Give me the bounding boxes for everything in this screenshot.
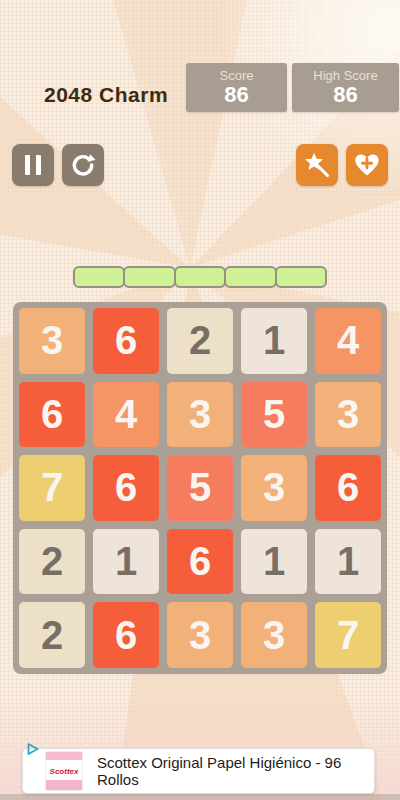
tile-2: 2 xyxy=(19,602,85,668)
score-label: Score xyxy=(220,68,254,83)
score-value: 86 xyxy=(224,83,248,107)
tile-4: 4 xyxy=(93,382,159,448)
moves-progress-bar xyxy=(73,266,327,288)
ad-banner[interactable]: Scottex Scottex Original Papel Higiénico… xyxy=(22,748,375,794)
tile-3: 3 xyxy=(241,455,307,521)
ad-brand: Scottex xyxy=(50,767,79,776)
high-score-label: High Score xyxy=(313,68,377,83)
tile-6: 6 xyxy=(93,455,159,521)
progress-segment xyxy=(73,266,125,288)
tile-1: 1 xyxy=(241,529,307,595)
tile-2: 2 xyxy=(167,308,233,374)
progress-segment xyxy=(224,266,276,288)
restart-button[interactable] xyxy=(62,144,104,186)
tile-6: 6 xyxy=(19,382,85,448)
tile-1: 1 xyxy=(315,529,381,595)
tile-3: 3 xyxy=(167,382,233,448)
progress-segment xyxy=(174,266,226,288)
tile-7: 7 xyxy=(19,455,85,521)
heart-plus-icon xyxy=(353,151,381,179)
tile-5: 5 xyxy=(241,382,307,448)
pause-icon xyxy=(25,155,41,175)
magic-wand-icon xyxy=(303,151,331,179)
tile-3: 3 xyxy=(241,602,307,668)
tile-4: 4 xyxy=(315,308,381,374)
tile-5: 5 xyxy=(167,455,233,521)
tile-6: 6 xyxy=(93,308,159,374)
tile-3: 3 xyxy=(167,602,233,668)
tile-1: 1 xyxy=(93,529,159,595)
tile-6: 6 xyxy=(315,455,381,521)
ad-headline: Scottex Original Papel Higiénico - 96 Ro… xyxy=(97,754,374,788)
board-grid[interactable]: 3621464353765362161126337 xyxy=(13,302,387,674)
tile-1: 1 xyxy=(241,308,307,374)
hint-wand-button[interactable] xyxy=(296,144,338,186)
restart-icon xyxy=(70,152,96,178)
tile-7: 7 xyxy=(315,602,381,668)
tile-2: 2 xyxy=(19,529,85,595)
bottom-edge-strip xyxy=(0,794,400,800)
extra-life-button[interactable] xyxy=(346,144,388,186)
high-score-box: High Score 86 xyxy=(292,63,399,112)
tile-3: 3 xyxy=(315,382,381,448)
screen: { "game": "2048 Charm (5x5 merge-number … xyxy=(0,0,400,800)
tile-6: 6 xyxy=(167,529,233,595)
score-box: Score 86 xyxy=(186,63,287,112)
adchoices-triangle-icon[interactable] xyxy=(26,742,40,756)
high-score-value: 86 xyxy=(333,83,357,107)
tile-6: 6 xyxy=(93,602,159,668)
progress-segment xyxy=(123,266,175,288)
pause-button[interactable] xyxy=(12,144,54,186)
progress-segment xyxy=(275,266,327,288)
ad-product-image: Scottex xyxy=(45,751,83,791)
tile-3: 3 xyxy=(19,308,85,374)
game-title: 2048 Charm xyxy=(44,83,168,107)
